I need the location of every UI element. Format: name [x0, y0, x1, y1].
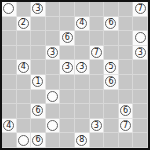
board-cell[interactable] [31, 60, 46, 75]
board-cell[interactable] [90, 104, 105, 119]
board-cell[interactable] [119, 31, 134, 46]
clue-number-circle: 7 [120, 120, 131, 131]
board-cell[interactable] [75, 2, 90, 17]
board-cell[interactable] [133, 60, 148, 75]
board-cell[interactable] [17, 2, 32, 17]
board-cell[interactable] [75, 46, 90, 61]
board-cell[interactable] [17, 104, 32, 119]
board-cell[interactable]: 3 [133, 46, 148, 61]
board-cell[interactable]: 5 [104, 60, 119, 75]
board-cell[interactable] [60, 90, 75, 105]
board-cell[interactable]: 6 [104, 75, 119, 90]
board-cell[interactable] [31, 119, 46, 134]
clue-number-circle: 6 [105, 76, 116, 87]
board-cell[interactable]: 1 [31, 75, 46, 90]
puzzle-grid: 3724663734335166643768 [2, 2, 148, 148]
empty-circle-mark [47, 120, 58, 131]
board-cell[interactable] [104, 31, 119, 46]
board-cell[interactable] [90, 75, 105, 90]
board-cell[interactable] [60, 46, 75, 61]
board-cell[interactable] [104, 2, 119, 17]
board-cell[interactable]: 8 [75, 133, 90, 148]
board-cell[interactable] [90, 2, 105, 17]
board-cell[interactable] [133, 75, 148, 90]
board-cell[interactable]: 6 [119, 104, 134, 119]
board-cell[interactable] [2, 31, 17, 46]
board-cell[interactable] [75, 31, 90, 46]
clue-number-circle: 3 [135, 47, 146, 58]
clue-number-circle: 5 [105, 62, 116, 73]
board-cell[interactable]: 2 [17, 17, 32, 32]
board-cell[interactable] [133, 104, 148, 119]
board-cell[interactable] [17, 46, 32, 61]
board-cell[interactable] [119, 17, 134, 32]
board-cell[interactable] [90, 17, 105, 32]
board-cell[interactable]: 3 [31, 2, 46, 17]
board-cell[interactable] [2, 75, 17, 90]
clue-number-circle: 7 [91, 47, 102, 58]
board-cell[interactable]: 3 [46, 46, 61, 61]
board-cell[interactable] [2, 60, 17, 75]
clue-number-circle: 1 [32, 76, 43, 87]
board-cell[interactable] [104, 104, 119, 119]
clue-number-circle: 3 [76, 62, 87, 73]
board-cell[interactable] [75, 119, 90, 134]
clue-number-circle: 4 [76, 18, 87, 29]
board-cell[interactable]: 4 [17, 60, 32, 75]
clue-number-circle: 8 [76, 135, 87, 146]
board-cell[interactable] [133, 90, 148, 105]
board-cell[interactable] [2, 17, 17, 32]
board-cell[interactable] [2, 133, 17, 148]
board-cell[interactable]: 7 [90, 46, 105, 61]
puzzle-board: 3724663734335166643768 [0, 0, 150, 150]
board-cell[interactable] [119, 2, 134, 17]
board-cell[interactable] [31, 17, 46, 32]
board-cell[interactable] [2, 104, 17, 119]
board-cell[interactable] [90, 133, 105, 148]
clue-number-circle: 6 [32, 135, 43, 146]
board-cell[interactable] [31, 31, 46, 46]
board-cell[interactable]: 3 [75, 60, 90, 75]
clue-number-circle: 4 [3, 120, 14, 131]
board-cell[interactable] [90, 60, 105, 75]
board-cell[interactable] [60, 133, 75, 148]
board-cell[interactable] [2, 2, 17, 17]
board-cell[interactable] [133, 17, 148, 32]
board-cell[interactable] [104, 90, 119, 105]
board-cell[interactable] [119, 90, 134, 105]
board-cell[interactable]: 6 [31, 104, 46, 119]
board-cell[interactable] [46, 75, 61, 90]
clue-number-circle: 6 [32, 105, 43, 116]
clue-number-circle: 6 [105, 18, 116, 29]
board-cell[interactable] [133, 31, 148, 46]
board-cell[interactable] [90, 31, 105, 46]
board-cell[interactable] [17, 75, 32, 90]
board-cell[interactable] [46, 90, 61, 105]
board-cell[interactable] [2, 90, 17, 105]
board-cell[interactable]: 7 [133, 2, 148, 17]
board-cell[interactable] [17, 31, 32, 46]
board-cell[interactable] [46, 31, 61, 46]
board-cell[interactable]: 6 [31, 133, 46, 148]
board-cell[interactable]: 3 [60, 60, 75, 75]
empty-circle-mark [18, 135, 29, 146]
board-cell[interactable] [104, 133, 119, 148]
empty-circle-mark [135, 32, 146, 43]
board-cell[interactable] [31, 90, 46, 105]
board-cell[interactable] [119, 60, 134, 75]
board-cell[interactable] [119, 46, 134, 61]
board-cell[interactable] [46, 119, 61, 134]
clue-number-circle: 3 [32, 3, 43, 14]
board-cell[interactable] [31, 46, 46, 61]
board-cell[interactable] [104, 46, 119, 61]
clue-number-circle: 6 [120, 105, 131, 116]
board-cell[interactable] [75, 75, 90, 90]
clue-number-circle: 3 [62, 62, 73, 73]
board-cell[interactable] [104, 119, 119, 134]
board-cell[interactable] [17, 90, 32, 105]
board-cell[interactable] [60, 104, 75, 119]
board-cell[interactable] [46, 104, 61, 119]
clue-number-circle: 3 [91, 120, 102, 131]
board-cell[interactable] [46, 133, 61, 148]
board-cell[interactable] [75, 90, 90, 105]
board-cell[interactable]: 4 [75, 17, 90, 32]
board-cell[interactable] [119, 133, 134, 148]
board-cell[interactable] [60, 75, 75, 90]
board-cell[interactable] [46, 2, 61, 17]
board-cell[interactable]: 7 [119, 119, 134, 134]
board-cell[interactable] [133, 133, 148, 148]
board-cell[interactable] [119, 75, 134, 90]
board-cell[interactable] [17, 119, 32, 134]
board-cell[interactable]: 6 [60, 31, 75, 46]
clue-number-circle: 4 [18, 62, 29, 73]
board-cell[interactable] [60, 2, 75, 17]
board-cell[interactable] [60, 119, 75, 134]
board-cell[interactable] [46, 60, 61, 75]
clue-number-circle: 6 [62, 32, 73, 43]
board-cell[interactable] [46, 17, 61, 32]
empty-circle-mark [3, 3, 14, 14]
board-cell[interactable] [17, 133, 32, 148]
board-cell[interactable]: 6 [104, 17, 119, 32]
clue-number-circle: 7 [135, 3, 146, 14]
board-cell[interactable] [2, 46, 17, 61]
board-cell[interactable] [90, 90, 105, 105]
board-cell[interactable]: 4 [2, 119, 17, 134]
board-cell[interactable]: 3 [90, 119, 105, 134]
clue-number-circle: 3 [47, 47, 58, 58]
clue-number-circle: 2 [18, 18, 29, 29]
board-cell[interactable] [60, 17, 75, 32]
board-cell[interactable] [133, 119, 148, 134]
empty-circle-mark [47, 91, 58, 102]
board-cell[interactable] [75, 104, 90, 119]
